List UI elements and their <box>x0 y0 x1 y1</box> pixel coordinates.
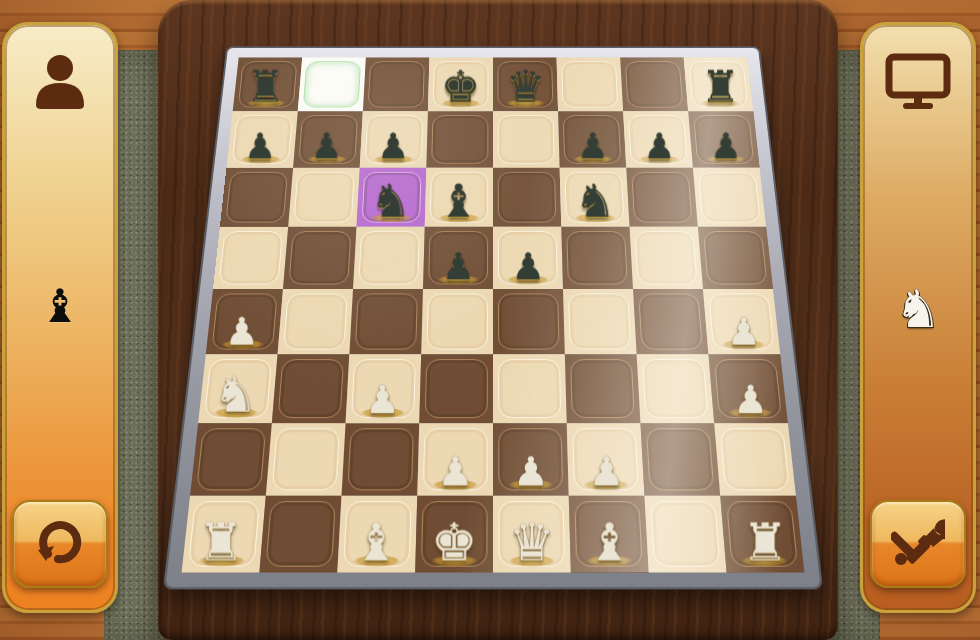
player-avatar-icon <box>29 53 91 115</box>
square-a1[interactable]: ♜ <box>720 496 804 573</box>
square-c7[interactable]: ♟ <box>558 111 626 167</box>
square-d1[interactable]: ♛ <box>493 496 571 573</box>
white-pawn[interactable]: ♟ <box>714 380 788 419</box>
white-rook[interactable]: ♜ <box>726 516 804 568</box>
white-pawn[interactable]: ♟ <box>346 380 420 419</box>
white-pawn[interactable]: ♟ <box>569 452 645 492</box>
square-g7[interactable]: ♟ <box>293 111 363 167</box>
square-b8[interactable] <box>620 58 688 112</box>
square-b5[interactable] <box>630 227 703 289</box>
square-c1[interactable]: ♝ <box>569 496 649 573</box>
square-b3[interactable] <box>637 354 715 423</box>
black-pawn[interactable]: ♟ <box>560 129 627 164</box>
square-h3[interactable]: ♞ <box>198 354 277 423</box>
white-rook[interactable]: ♜ <box>182 516 260 568</box>
tools-icon <box>891 515 945 573</box>
square-f4[interactable] <box>349 289 423 354</box>
black-pawn[interactable]: ♟ <box>423 248 493 285</box>
black-pawn[interactable]: ♟ <box>493 248 563 285</box>
square-d7[interactable] <box>493 111 560 167</box>
square-e5[interactable]: ♟ <box>423 227 493 289</box>
undo-icon <box>34 516 86 572</box>
square-g5[interactable] <box>283 227 356 289</box>
white-king[interactable]: ♚ <box>415 516 493 568</box>
right-player-panel: ♞ <box>860 22 976 613</box>
black-pawn[interactable]: ♟ <box>626 129 693 164</box>
square-e2[interactable]: ♟ <box>417 423 493 496</box>
black-pawn[interactable]: ♟ <box>227 129 294 164</box>
square-h1[interactable]: ♜ <box>182 496 266 573</box>
square-h4[interactable]: ♟ <box>206 289 283 354</box>
square-d2[interactable]: ♟ <box>493 423 569 496</box>
square-b1[interactable] <box>644 496 726 573</box>
square-c5[interactable] <box>561 227 633 289</box>
square-f1[interactable]: ♝ <box>337 496 417 573</box>
square-f3[interactable]: ♟ <box>346 354 422 423</box>
black-knight[interactable]: ♞ <box>561 178 629 224</box>
square-h7[interactable]: ♟ <box>226 111 297 167</box>
square-f7[interactable]: ♟ <box>360 111 428 167</box>
square-f5[interactable] <box>353 227 425 289</box>
square-h2[interactable] <box>190 423 272 496</box>
square-a3[interactable]: ♟ <box>708 354 787 423</box>
white-knight-turn-icon: ♞ <box>863 283 973 335</box>
square-e1[interactable]: ♚ <box>415 496 493 573</box>
square-c3[interactable] <box>565 354 641 423</box>
black-knight[interactable]: ♞ <box>357 178 425 224</box>
black-pawn[interactable]: ♟ <box>293 129 360 164</box>
square-d3[interactable] <box>493 354 567 423</box>
square-c2[interactable]: ♟ <box>567 423 645 496</box>
black-bishop-turn-icon: ♝ <box>5 283 115 329</box>
square-c4[interactable] <box>563 289 637 354</box>
square-b4[interactable] <box>633 289 708 354</box>
square-g4[interactable] <box>278 289 353 354</box>
white-pawn[interactable]: ♟ <box>708 313 780 351</box>
square-d4[interactable] <box>493 289 565 354</box>
black-queen[interactable]: ♛ <box>493 65 558 109</box>
white-queen[interactable]: ♛ <box>493 516 571 568</box>
square-d6[interactable] <box>493 168 561 227</box>
square-a5[interactable] <box>698 227 773 289</box>
white-pawn[interactable]: ♟ <box>417 452 493 492</box>
white-pawn[interactable]: ♟ <box>493 452 569 492</box>
square-h5[interactable] <box>213 227 288 289</box>
square-b6[interactable] <box>626 168 698 227</box>
left-player-panel: ♝ <box>2 22 118 613</box>
black-pawn[interactable]: ♟ <box>360 129 427 164</box>
square-f8[interactable] <box>363 58 430 112</box>
square-a7[interactable]: ♟ <box>688 111 759 167</box>
white-bishop[interactable]: ♝ <box>571 516 649 568</box>
square-d5[interactable]: ♟ <box>493 227 563 289</box>
board-silver-rim: ♜♚♛♜♟♟♟♟♟♟♞♝♞♟♟♟♟♞♟♟♟♟♟♜♝♚♛♝♜ <box>165 48 820 587</box>
undo-button[interactable] <box>12 500 108 588</box>
square-a8[interactable]: ♜ <box>684 58 754 112</box>
square-h6[interactable] <box>220 168 293 227</box>
square-b7[interactable]: ♟ <box>623 111 693 167</box>
black-pawn[interactable]: ♟ <box>693 129 760 164</box>
chess-board-grid: ♜♚♛♜♟♟♟♟♟♟♞♝♞♟♟♟♟♞♟♟♟♟♟♜♝♚♛♝♜ <box>182 58 805 573</box>
square-e8[interactable]: ♚ <box>428 58 493 112</box>
square-g2[interactable] <box>266 423 346 496</box>
square-g8[interactable] <box>298 58 366 112</box>
white-knight[interactable]: ♞ <box>199 370 273 419</box>
square-a6[interactable] <box>693 168 766 227</box>
white-bishop[interactable]: ♝ <box>338 516 416 568</box>
square-b2[interactable] <box>640 423 720 496</box>
square-c8[interactable] <box>557 58 624 112</box>
square-c6[interactable]: ♞ <box>560 168 630 227</box>
square-e3[interactable] <box>419 354 493 423</box>
square-e4[interactable] <box>421 289 493 354</box>
square-g6[interactable] <box>288 168 360 227</box>
black-rook[interactable]: ♜ <box>233 65 298 109</box>
square-a2[interactable] <box>714 423 796 496</box>
black-king[interactable]: ♚ <box>428 65 493 109</box>
square-e7[interactable] <box>426 111 493 167</box>
square-h8[interactable]: ♜ <box>233 58 303 112</box>
chess-board-3d: ♜♚♛♜♟♟♟♟♟♟♞♝♞♟♟♟♟♞♟♟♟♟♟♜♝♚♛♝♜ <box>165 48 820 587</box>
square-f6[interactable]: ♞ <box>356 168 426 227</box>
black-bishop[interactable]: ♝ <box>425 178 493 224</box>
square-d8[interactable]: ♛ <box>493 58 558 112</box>
square-g3[interactable] <box>272 354 350 423</box>
settings-tools-button[interactable] <box>870 500 966 588</box>
square-a4[interactable]: ♟ <box>703 289 780 354</box>
black-rook[interactable]: ♜ <box>688 65 753 109</box>
square-e6[interactable]: ♝ <box>425 168 493 227</box>
white-pawn[interactable]: ♟ <box>206 313 278 351</box>
computer-monitor-icon <box>885 53 951 115</box>
square-g1[interactable] <box>259 496 341 573</box>
square-f2[interactable] <box>342 423 420 496</box>
